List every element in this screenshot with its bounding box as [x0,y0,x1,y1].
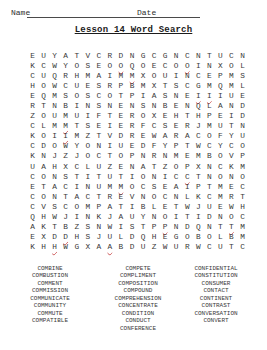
grid-cell: M [215,192,226,202]
grid-cell: R [27,101,38,111]
grid-cell: T [93,172,104,182]
grid-cell: E [204,71,215,81]
grid-cell: O [82,151,93,161]
grid-cell: J [71,151,82,161]
grid-cell: Z [104,162,115,172]
grid-cell: N [204,222,215,232]
word-column-3: CONFIDENTIALCONSTITUTIONCONSUMERCONTACTC… [166,265,266,325]
grid-cell: N [126,162,137,172]
grid-cell: B [60,101,71,111]
grid-cell: Z [82,131,93,141]
grid-cell: X [215,61,226,71]
grid-cell: U [215,121,226,131]
grid-cell: J [60,212,71,222]
grid-cell: A [104,202,115,212]
grid-cell: D [237,111,248,121]
grid-cell: F [138,121,149,131]
grid-cell: X [138,71,149,81]
grid-cell: P [215,71,226,81]
grid-cell: P [126,151,137,161]
worksheet-header: Name Date [0,6,267,20]
grid-cell: L [115,232,126,242]
grid-cell: N [204,162,215,172]
grid-cell: E [182,151,193,161]
grid-cell: O [182,61,193,71]
grid-cell: Q [49,71,60,81]
grid-cell: B [204,151,215,161]
grid-cell: Y [215,141,226,151]
grid-cell: O [171,61,182,71]
grid-cell: J [193,202,204,212]
grid-cell: P [171,141,182,151]
grid-cell: P [149,222,160,232]
grid-cell: I [171,71,182,81]
grid-cell: H [49,242,60,252]
grid-cell: I [160,172,171,182]
grid-cell: F [93,111,104,121]
grid-cell: R [126,111,137,121]
grid-cell: O [38,131,49,141]
grid-cell: L [237,81,248,91]
grid-cell: V [38,202,49,212]
grid-cell: S [171,81,182,91]
grid-cell: T [160,81,171,91]
grid-cell: N [171,91,182,101]
grid-cell: I [182,182,193,192]
grid-cell: I [171,212,182,222]
grid-cell: K [27,242,38,252]
grid-cell: I [104,71,115,81]
grid-cell: U [226,91,237,101]
grid-cell: C [171,172,182,182]
grid-cell: V [104,131,115,141]
grid-cell: C [60,202,71,212]
grid-cell: U [38,71,49,81]
grid-cell: V [226,151,237,161]
grid-cell: M [237,162,248,172]
grid-cell: Z [27,111,38,121]
grid-cell: G [193,81,204,91]
grid-cell: Q [193,222,204,232]
grid-cell: Y [138,212,149,222]
grid-cell: F [149,141,160,151]
grid-cell: U [237,131,248,141]
grid-cell: N [82,212,93,222]
grid-cell: X [149,111,160,121]
grid-cell: N [193,51,204,61]
grid-cell: M [226,71,237,81]
grid-cell: W [226,202,237,212]
grid-cell: R [171,131,182,141]
grid-cell: L [237,61,248,71]
grid-cell: S [93,101,104,111]
grid-cell: E [171,101,182,111]
grid-cell: W [60,141,71,151]
grid-cell: Y [160,141,171,151]
grid-cell: N [149,172,160,182]
grid-cell: N [237,51,248,61]
grid-cell: U [104,232,115,242]
grid-cell: E [160,182,171,192]
grid-cell: N [82,101,93,111]
grid-cell: S [82,222,93,232]
grid-cell: M [237,222,248,232]
grid-cell: A [93,71,104,81]
grid-cell: M [71,131,82,141]
grid-cell: D [237,101,248,111]
grid-cell: C [160,192,171,202]
grid-cell: Y [60,61,71,71]
grid-cell: C [82,192,93,202]
word-list: COMBINECOMBUSTIONCOMMENTCOMMISSIONCOMMUN… [0,265,267,345]
grid-cell: E [138,131,149,141]
grid-cell: I [204,91,215,101]
grid-cell: G [171,232,182,242]
grid-cell: E [215,202,226,212]
grid-cell: I [71,212,82,222]
grid-cell: C [27,71,38,81]
grid-cell: Q [38,91,49,101]
grid-cell: C [71,162,82,172]
grid-cell: D [115,51,126,61]
grid-cell: N [38,151,49,161]
grid-cell: A [60,51,71,61]
grid-cell: X [149,81,160,91]
grid-cell: I [193,91,204,101]
grid-cell: M [126,71,137,81]
grid-cell: C [160,61,171,71]
grid-cell: O [204,131,215,141]
grid-cell: A [38,162,49,172]
grid-cell: F [215,131,226,141]
grid-cell: I [126,172,137,182]
grid-cell: H [193,111,204,121]
grid-cell: P [193,182,204,192]
grid-cell: S [82,121,93,131]
grid-cell: A [149,91,160,101]
grid-cell: T [93,192,104,202]
grid-cell: S [49,202,60,212]
grid-cell: O [71,61,82,71]
grid-cell: W [60,242,71,252]
grid-cell: R [60,71,71,81]
grid-cell: U [138,242,149,252]
grid-cell: E [27,182,38,192]
grid-cell: U [71,111,82,121]
grid-cell: M [60,111,71,121]
grid-cell: U [38,51,49,61]
grid-cell: T [104,111,115,121]
grid-cell: C [237,212,248,222]
grid-cell: I [49,131,60,141]
grid-cell: G [71,242,82,252]
grid-cell: G [138,51,149,61]
grid-cell: O [215,151,226,161]
grid-cell: N [93,141,104,151]
grid-cell: Q [193,101,204,111]
grid-cell: W [160,242,171,252]
grid-cell: O [82,141,93,151]
grid-cell: Z [60,151,71,161]
grid-cell: O [38,111,49,121]
grid-cell: C [182,81,193,91]
grid-cell: M [115,182,126,192]
page-title: Lesson 14 Word Search [0,25,267,35]
grid-cell: M [204,121,215,131]
grid-cell: K [27,131,38,141]
grid-cell: J [104,212,115,222]
grid-cell: T [182,212,193,222]
grid-cell: U [104,172,115,182]
grid-cell: O [104,91,115,101]
grid-cell: B [138,202,149,212]
grid-cell: E [115,162,126,172]
grid-cell: S [60,91,71,101]
grid-cell: N [149,101,160,111]
grid-cell: S [160,121,171,131]
grid-cell: E [215,111,226,121]
grid-cell: H [49,162,60,172]
word-list-item: CONTINENT [166,295,266,302]
grid-cell: S [138,101,149,111]
grid-cell: E [171,121,182,131]
grid-cell: C [215,162,226,172]
grid-cell: I [226,111,237,121]
grid-cell: O [215,172,226,182]
grid-cell: O [38,81,49,91]
grid-cell: Y [49,51,60,61]
grid-cell: D [38,141,49,151]
grid-cell: P [182,162,193,172]
grid-cell: M [60,121,71,131]
grid-cell: H [38,242,49,252]
grid-cell: P [93,202,104,212]
grid-cell: Y [226,131,237,141]
grid-cell: M [237,232,248,242]
grid-cell: C [27,141,38,151]
grid-cell: Q [138,232,149,242]
word-list-item: CONSUMER [166,280,266,287]
grid-cell: L [182,192,193,202]
grid-cell: U [171,242,182,252]
grid-cell: M [49,91,60,101]
grid-cell: M [115,71,126,81]
grid-cell: T [93,131,104,141]
grid-cell: S [126,222,137,232]
grid-cell: E [27,91,38,101]
grid-cell: E [93,121,104,131]
word-list-item: CONFIDENTIAL [166,265,266,272]
grid-cell: H [71,71,82,81]
grid-cell: D [204,212,215,222]
grid-cell: C [193,71,204,81]
grid-cell: U [27,162,38,172]
grid-cell: M [138,81,149,91]
grid-cell: O [49,141,60,151]
word-list-item: CONSTITUTION [166,272,266,279]
grid-cell: T [115,202,126,212]
grid-cell: E [149,61,160,71]
grid-cell: O [104,61,115,71]
grid-cell: C [149,51,160,61]
grid-cell: A [104,242,115,252]
grid-cell: D [126,232,137,242]
name-date-blank-line [27,17,200,18]
grid-cell: Z [149,242,160,252]
grid-cell: A [115,212,126,222]
grid-cell: K [193,192,204,202]
grid-cell: H [237,202,248,212]
grid-cell: R [226,192,237,202]
grid-cell: I [60,131,71,141]
grid-cell: E [82,81,93,91]
grid-cell: N [126,51,137,61]
grid-cell: U [204,202,215,212]
word-list-item: CONTRAST [166,302,266,309]
grid-cell: H [71,232,82,242]
grid-cell: T [138,222,149,232]
grid-cell: S [237,71,248,81]
grid-cell: S [82,61,93,71]
grid-cell: C [93,91,104,101]
grid-cell: T [115,91,126,101]
grid-cell: R [126,121,137,131]
grid-cell: C [93,51,104,61]
grid-cell: K [226,162,237,172]
grid-cell: K [27,151,38,161]
grid-cell: E [27,232,38,242]
grid-cell: T [226,222,237,232]
grid-cell: T [149,162,160,172]
grid-cell: N [49,192,60,202]
grid-cell: A [27,222,38,232]
grid-cell: M [226,81,237,91]
grid-cell: T [226,121,237,131]
grid-cell: U [93,162,104,172]
grid-cell: N [138,192,149,202]
grid-cell: M [215,182,226,192]
grid-cell: L [215,232,226,242]
grid-cell: C [93,151,104,161]
grid-cell: O [149,192,160,202]
grid-cell: H [38,212,49,222]
grid-cell: E [115,192,126,202]
grid-cell: L [38,121,49,131]
word-list-item: CONVERT [166,317,266,324]
grid-cell: N [93,222,104,232]
grid-cell: M [193,151,204,161]
grid-cell: N [49,172,60,182]
grid-cell: T [71,121,82,131]
grid-cell: C [226,51,237,61]
word-list-item: CONFERENCE [82,325,194,332]
grid-cell: W [49,61,60,71]
grid-cell: C [149,121,160,131]
grid-cell: S [160,91,171,101]
grid-cell: O [160,212,171,222]
grid-cell: Z [160,162,171,172]
grid-cell: K [93,212,104,222]
grid-cell: W [149,131,160,141]
grid-cell: B [60,222,71,232]
grid-cell: C [60,81,71,91]
grid-cell: W [49,81,60,91]
grid-cell: G [160,51,171,61]
grid-cell: A [171,182,182,192]
grid-cell: I [82,172,93,182]
grid-cell: C [204,242,215,252]
grid-cell: U [49,111,60,121]
grid-cell: V [126,192,137,202]
grid-cell: D [60,232,71,242]
grid-cell: P [115,81,126,91]
grid-cell: C [237,182,248,192]
grid-cell: C [27,192,38,202]
grid-cell: B [226,232,237,242]
grid-cell: N [160,151,171,161]
grid-cell: E [115,121,126,131]
grid-cell: T [204,51,215,61]
grid-cell: J [93,232,104,242]
grid-cell: X [38,232,49,242]
grid-cell: N [226,172,237,182]
grid-cell: N [182,101,193,111]
grid-cell: I [138,91,149,101]
grid-cell: U [71,81,82,91]
grid-cell: N [237,121,248,131]
grid-cell: I [104,121,115,131]
grid-cell: M [82,202,93,212]
grid-cell: A [215,101,226,111]
grid-cell: T [204,182,215,192]
grid-cell: O [115,61,126,71]
grid-cell: O [138,61,149,71]
grid-cell: N [215,212,226,222]
grid-cell: L [204,101,215,111]
grid-cell: T [226,242,237,252]
grid-cell: N [82,182,93,192]
grid-cell: K [38,222,49,232]
grid-cell: U [93,182,104,192]
grid-cell: C [60,182,71,192]
grid-cell: R [182,242,193,252]
grid-cell: O [226,61,237,71]
grid-cell: T [49,222,60,232]
grid-cell: S [93,81,104,91]
grid-cell: H [27,81,38,91]
grid-cell: S [82,232,93,242]
grid-cell: U [215,51,226,61]
grid-cell: E [27,51,38,61]
grid-cell: U [115,141,126,151]
grid-cell: C [204,141,215,151]
grid-cell: M [49,121,60,131]
grid-cell: J [193,121,204,131]
grid-cell: T [38,182,49,192]
grid-cell: A [160,131,171,141]
grid-cell: E [115,101,126,111]
grid-cell: M [204,81,215,91]
grid-cell: S [149,182,160,192]
grid-cell: O [171,162,182,172]
grid-cell: T [71,172,82,182]
grid-cell: D [182,222,193,232]
grid-cell: I [115,222,126,232]
grid-cell: R [104,51,115,61]
grid-cell: C [27,172,38,182]
grid-cell: B [126,81,137,91]
grid-cell: N [104,101,115,111]
